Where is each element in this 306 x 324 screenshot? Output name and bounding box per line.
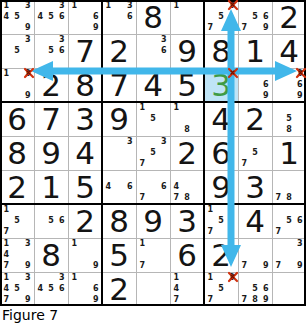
candidate-9: 9 [260, 260, 271, 271]
candidates: 157 [204, 204, 238, 238]
candidate-1: 1 [1, 239, 12, 250]
cell-r7c4: 8 [102, 204, 136, 238]
cell-r5c4: 3 [102, 136, 136, 170]
candidates: 13479 [0, 238, 34, 272]
candidates: 3456 [34, 272, 68, 306]
cell-r4c6: 18 [170, 102, 204, 136]
candidate-6: 6 [158, 182, 169, 193]
candidate-6: 6 [124, 12, 135, 23]
candidate-4: 4 [1, 250, 12, 261]
cell-r3c8: 69 [238, 68, 272, 102]
digit: 7 [34, 102, 68, 136]
candidates: 1357 [204, 272, 238, 306]
candidates: 67 [136, 170, 170, 204]
candidate-5: 5 [216, 284, 227, 295]
candidates: 567 [272, 204, 306, 238]
candidate-9: 9 [22, 22, 33, 33]
candidate-1: 1 [1, 205, 12, 216]
cell-r1c6: 1 [170, 0, 204, 34]
candidates: 56 [34, 204, 68, 238]
candidate-6: 6 [56, 284, 67, 295]
candidate-1: 1 [137, 239, 148, 250]
candidate-7: 7 [239, 22, 250, 33]
candidate-5: 5 [46, 46, 57, 57]
cell-r9c7: 1357 [204, 272, 238, 306]
candidate-9: 9 [260, 22, 271, 33]
digit: 5 [170, 68, 204, 102]
digit: 2 [0, 170, 34, 204]
candidates: 35 [0, 34, 34, 68]
digit: 8 [102, 204, 136, 238]
cell-r5c6: 2 [170, 136, 204, 170]
candidate-9: 9 [294, 90, 305, 101]
candidate-5: 5 [12, 284, 23, 295]
digit: 8 [0, 136, 34, 170]
digit: 2 [204, 238, 238, 272]
candidate-9: 9 [22, 294, 33, 305]
candidate-7: 7 [273, 226, 284, 237]
candidate-7: 7 [137, 158, 148, 169]
candidate-6: 6 [56, 46, 67, 57]
candidates: 1 [170, 0, 204, 34]
candidate-3: 3 [294, 239, 305, 250]
cell-r4c7: 4 [204, 102, 238, 136]
cell-r5c2: 9 [34, 136, 68, 170]
candidates: 169 [68, 272, 102, 306]
candidate-7: 7 [171, 294, 182, 305]
candidate-3: 3 [124, 137, 135, 148]
digit: 2 [102, 272, 136, 306]
candidate-9: 9 [90, 22, 101, 33]
candidates: 18 [170, 102, 204, 136]
candidate-5: 5 [148, 148, 159, 159]
candidate-7: 7 [205, 22, 216, 33]
cell-r6c8: 3 [238, 170, 272, 204]
candidate-5: 5 [12, 216, 23, 227]
cell-r6c9: 78 [272, 170, 306, 204]
candidate-7: 7 [239, 158, 250, 169]
cell-r8c6: 6 [170, 238, 204, 272]
candidate-3: 3 [158, 137, 169, 148]
digit [272, 272, 306, 306]
cell-r2c3: 7 [68, 34, 102, 68]
digit: 4 [272, 34, 306, 68]
cell-r6c6: 478 [170, 170, 204, 204]
cell-r1c5: 8 [136, 0, 170, 34]
cell-r9c3: 169 [68, 272, 102, 306]
sudoku-board: 1345934561691368135756792353567236981413… [0, 0, 306, 306]
candidate-9: 9 [260, 294, 271, 305]
cell-r1c4: 136 [102, 0, 136, 34]
candidates: 369 [272, 68, 306, 102]
candidate-3: 3 [22, 69, 33, 80]
digit: 6 [170, 238, 204, 272]
cell-r2c8: 1 [238, 34, 272, 68]
cell-r5c1: 8 [0, 136, 34, 170]
digit: 7 [68, 34, 102, 68]
cell-r7c3: 2 [68, 204, 102, 238]
candidates: 478 [170, 170, 204, 204]
candidates: 157 [0, 204, 34, 238]
cell-r6c2: 1 [34, 170, 68, 204]
digit: 4 [238, 204, 272, 238]
cell-r8c8: 79 [238, 238, 272, 272]
candidate-1: 1 [171, 103, 182, 114]
candidates: 57 [238, 136, 272, 170]
candidates: 356 [34, 34, 68, 68]
digit: 8 [136, 0, 170, 34]
candidate-1: 1 [69, 239, 80, 250]
cell-r7c5: 9 [136, 204, 170, 238]
cell-r2c1: 35 [0, 34, 34, 68]
candidate-6: 6 [260, 284, 271, 295]
cell-r7c1: 157 [0, 204, 34, 238]
candidate-8: 8 [250, 294, 261, 305]
cell-r8c5: 17 [136, 238, 170, 272]
cell-r9c6: 147 [170, 272, 204, 306]
cell-r2c6: 9 [170, 34, 204, 68]
digit: 9 [136, 204, 170, 238]
candidate-7: 7 [239, 260, 250, 271]
candidate-1: 1 [69, 1, 80, 12]
digit: 2 [272, 0, 306, 34]
cell-r8c4: 5 [102, 238, 136, 272]
candidate-8: 8 [182, 124, 193, 135]
candidate-6: 6 [260, 80, 271, 91]
cell-r3c4: 7 [102, 68, 136, 102]
candidate-7: 7 [1, 226, 12, 237]
digit: 3 [238, 170, 272, 204]
cell-r3c9: 369 [272, 68, 306, 102]
cell-r1c9: 2 [272, 0, 306, 34]
candidate-5: 5 [250, 12, 261, 23]
cell-r5c3: 4 [68, 136, 102, 170]
candidate-6: 6 [124, 182, 135, 193]
candidate-3: 3 [22, 273, 33, 284]
candidate-7: 7 [273, 260, 284, 271]
candidate-3: 3 [226, 1, 237, 12]
candidate-4: 4 [1, 284, 12, 295]
candidate-1: 1 [137, 103, 148, 114]
digit: 3 [204, 68, 238, 102]
digit: 2 [102, 34, 136, 68]
cell-r3c6: 5 [170, 68, 204, 102]
candidate-7: 7 [1, 260, 12, 271]
cell-r4c5: 15 [136, 102, 170, 136]
digit: 2 [34, 68, 68, 102]
candidate-7: 7 [1, 294, 12, 305]
cell-r6c7: 9 [204, 170, 238, 204]
candidate-6: 6 [56, 12, 67, 23]
candidates: 147 [170, 272, 204, 306]
candidate-4: 4 [35, 12, 46, 23]
cell-r4c4: 9 [102, 102, 136, 136]
cell-r8c2: 8 [34, 238, 68, 272]
cell-r7c6: 3 [170, 204, 204, 238]
candidate-3: 3 [124, 1, 135, 12]
cell-r5c7: 6 [204, 136, 238, 170]
candidates: 15 [136, 102, 170, 136]
candidates: 78 [272, 170, 306, 204]
candidates: 58 [272, 102, 306, 136]
cell-r8c3: 19 [68, 238, 102, 272]
candidate-9: 9 [90, 260, 101, 271]
cell-r7c7: 157 [204, 204, 238, 238]
cell-r2c7: 8 [204, 34, 238, 68]
candidate-6: 6 [294, 216, 305, 227]
cell-r1c7: 357 [204, 0, 238, 34]
candidates: 379 [272, 238, 306, 272]
cell-r3c1: 139 [0, 68, 34, 102]
digit: 4 [68, 136, 102, 170]
candidate-6: 6 [90, 12, 101, 23]
cell-r9c2: 3456 [34, 272, 68, 306]
candidate-8: 8 [284, 192, 295, 203]
cell-r4c9: 58 [272, 102, 306, 136]
digit: 1 [272, 136, 306, 170]
candidate-4: 4 [171, 284, 182, 295]
candidate-5: 5 [46, 12, 57, 23]
candidate-5: 5 [216, 216, 227, 227]
cell-r6c5: 67 [136, 170, 170, 204]
candidates: 5679 [238, 0, 272, 34]
cell-r9c5 [136, 272, 170, 306]
candidates: 69 [238, 68, 272, 102]
candidate-5: 5 [148, 114, 159, 125]
cell-r5c8: 57 [238, 136, 272, 170]
cell-r2c4: 2 [102, 34, 136, 68]
candidate-6: 6 [260, 12, 271, 23]
candidate-4: 4 [1, 12, 12, 23]
candidate-5: 5 [250, 148, 261, 159]
candidates: 13459 [0, 0, 34, 34]
cell-r7c8: 4 [238, 204, 272, 238]
candidate-7: 7 [137, 260, 148, 271]
cell-r9c9 [272, 272, 306, 306]
candidate-9: 9 [260, 90, 271, 101]
cell-r9c8: 56789 [238, 272, 272, 306]
candidate-6: 6 [158, 46, 169, 57]
cell-r2c9: 4 [272, 34, 306, 68]
candidates: 139 [0, 68, 34, 102]
candidate-3: 3 [294, 69, 305, 80]
digit: 2 [68, 204, 102, 238]
cell-r4c2: 7 [34, 102, 68, 136]
candidate-7: 7 [273, 192, 284, 203]
candidate-3: 3 [226, 273, 237, 284]
cell-r4c3: 3 [68, 102, 102, 136]
digit: 5 [102, 238, 136, 272]
candidates: 17 [136, 238, 170, 272]
digit: 7 [102, 68, 136, 102]
candidates: 357 [136, 136, 170, 170]
cell-r4c8: 2 [238, 102, 272, 136]
candidates: 357 [204, 0, 238, 34]
candidate-3: 3 [56, 35, 67, 46]
digit: 1 [34, 170, 68, 204]
digit: 4 [204, 102, 238, 136]
candidate-5: 5 [284, 114, 295, 125]
cell-r8c9: 379 [272, 238, 306, 272]
digit: 6 [0, 102, 34, 136]
candidate-3: 3 [56, 1, 67, 12]
cell-r6c4: 46 [102, 170, 136, 204]
candidates: 169 [68, 0, 102, 34]
candidate-1: 1 [1, 69, 12, 80]
candidate-5: 5 [284, 216, 295, 227]
candidate-5: 5 [12, 12, 23, 23]
cell-r1c1: 13459 [0, 0, 34, 34]
candidate-4: 4 [35, 284, 46, 295]
candidates: 3 [102, 136, 136, 170]
cell-r6c1: 2 [0, 170, 34, 204]
digit: 9 [170, 34, 204, 68]
cell-r8c7: 2 [204, 238, 238, 272]
candidate-7: 7 [239, 294, 250, 305]
cell-r6c3: 5 [68, 170, 102, 204]
candidate-3: 3 [158, 35, 169, 46]
candidate-8: 8 [284, 124, 295, 135]
candidate-3: 3 [56, 273, 67, 284]
cell-r1c2: 3456 [34, 0, 68, 34]
candidate-6: 6 [56, 216, 67, 227]
candidates: 19 [68, 238, 102, 272]
candidate-1: 1 [1, 273, 12, 284]
cell-r8c1: 13479 [0, 238, 34, 272]
candidate-7: 7 [137, 192, 148, 203]
digit: 8 [204, 34, 238, 68]
candidate-9: 9 [90, 294, 101, 305]
cell-r3c7: 3 [204, 68, 238, 102]
candidates: 56789 [238, 272, 272, 306]
candidate-3: 3 [22, 35, 33, 46]
candidate-3: 3 [22, 239, 33, 250]
candidate-1: 1 [171, 1, 182, 12]
candidate-4: 4 [103, 182, 114, 193]
candidate-3: 3 [22, 1, 33, 12]
cell-r7c2: 56 [34, 204, 68, 238]
candidate-8: 8 [182, 192, 193, 203]
cell-r9c4: 2 [102, 272, 136, 306]
digit: 8 [68, 68, 102, 102]
candidates: 136 [102, 0, 136, 34]
cell-r4c1: 6 [0, 102, 34, 136]
candidate-7: 7 [205, 294, 216, 305]
digit: 8 [34, 238, 68, 272]
candidate-9: 9 [294, 260, 305, 271]
cell-r1c3: 169 [68, 0, 102, 34]
digit: 9 [34, 136, 68, 170]
digit: 3 [68, 102, 102, 136]
digit: 2 [238, 102, 272, 136]
candidate-1: 1 [205, 273, 216, 284]
candidate-1: 1 [205, 205, 216, 216]
cell-r3c2: 2 [34, 68, 68, 102]
cell-r5c5: 357 [136, 136, 170, 170]
candidate-5: 5 [216, 12, 227, 23]
digit: 4 [136, 68, 170, 102]
digit: 5 [68, 170, 102, 204]
candidate-5: 5 [46, 216, 57, 227]
cell-r5c9: 1 [272, 136, 306, 170]
candidate-5: 5 [12, 46, 23, 57]
cell-r2c5: 36 [136, 34, 170, 68]
candidate-6: 6 [294, 80, 305, 91]
candidate-9: 9 [22, 260, 33, 271]
candidate-1: 1 [1, 1, 12, 12]
candidate-4: 4 [171, 182, 182, 193]
candidates: 46 [102, 170, 136, 204]
digit: 6 [204, 136, 238, 170]
cell-r3c3: 8 [68, 68, 102, 102]
candidate-1: 1 [103, 1, 114, 12]
figure-caption: Figure 7 [0, 306, 306, 324]
candidate-9: 9 [22, 90, 33, 101]
cell-r7c9: 567 [272, 204, 306, 238]
digit: 9 [204, 170, 238, 204]
cell-r1c8: 5679 [238, 0, 272, 34]
cell-r3c5: 4 [136, 68, 170, 102]
candidate-1: 1 [69, 273, 80, 284]
candidate-7: 7 [171, 192, 182, 203]
cell-r2c2: 356 [34, 34, 68, 68]
digit: 3 [170, 204, 204, 238]
sudoku-figure: 1345934561691368135756792353567236981413… [0, 0, 306, 324]
digit: 2 [170, 136, 204, 170]
candidate-5: 5 [250, 284, 261, 295]
cell-r9c1: 134579 [0, 272, 34, 306]
digit: 1 [238, 34, 272, 68]
candidate-1: 1 [171, 273, 182, 284]
candidates: 36 [136, 34, 170, 68]
digit: 9 [102, 102, 136, 136]
candidates: 79 [238, 238, 272, 272]
candidate-7: 7 [205, 226, 216, 237]
candidates: 3456 [34, 0, 68, 34]
candidate-6: 6 [90, 284, 101, 295]
candidates: 134579 [0, 272, 34, 306]
candidate-5: 5 [46, 284, 57, 295]
